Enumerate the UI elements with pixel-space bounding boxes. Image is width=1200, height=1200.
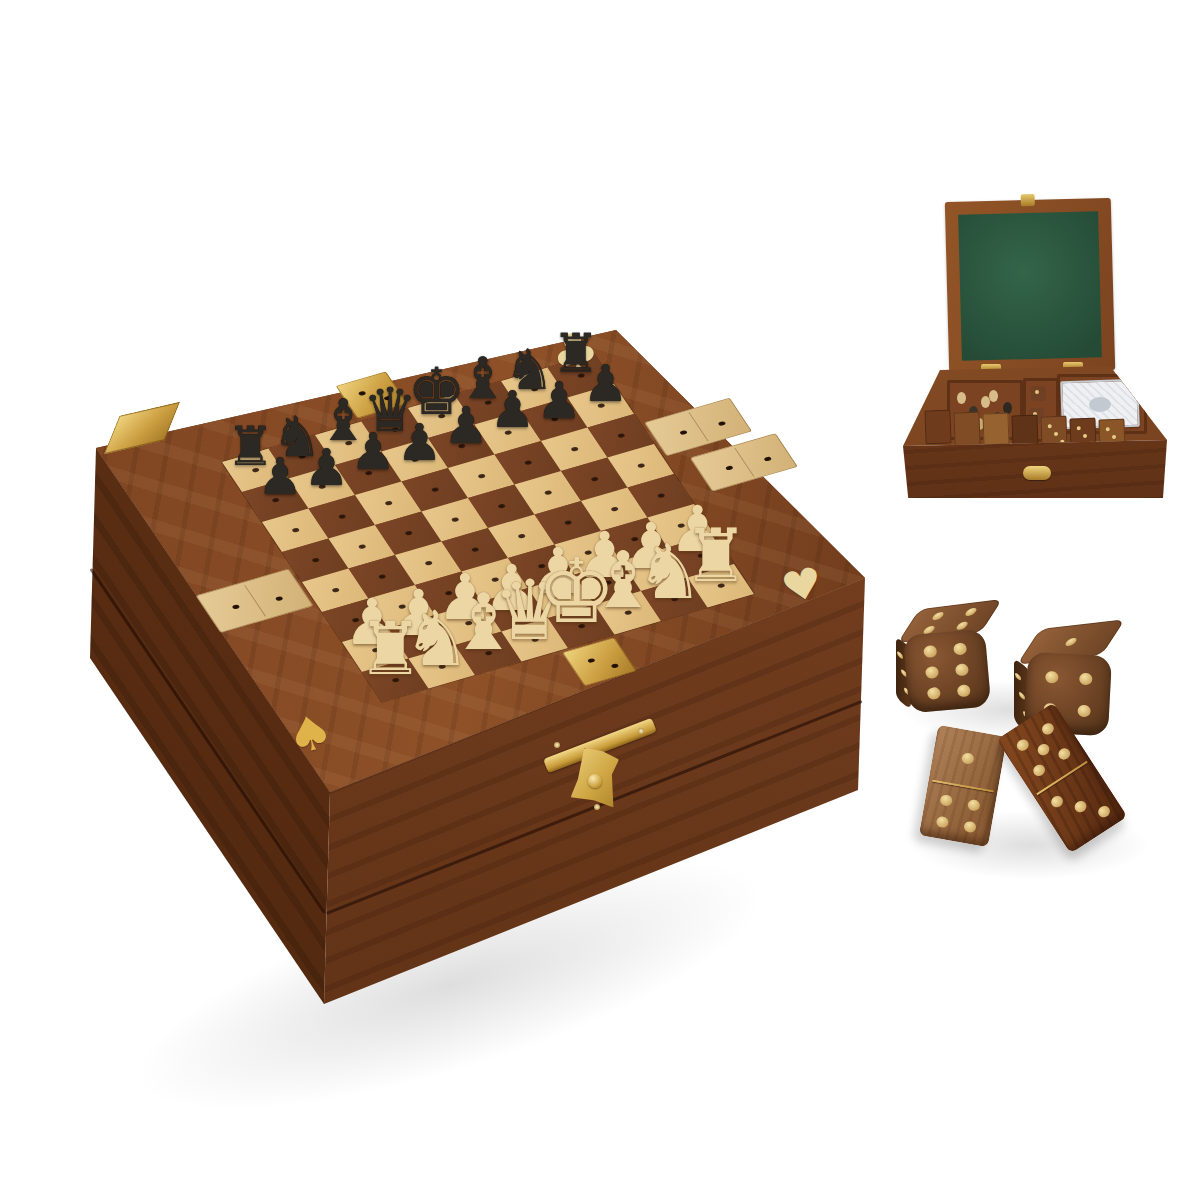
loose-piece bbox=[989, 390, 998, 402]
pip bbox=[1073, 799, 1089, 815]
pip bbox=[955, 663, 969, 676]
tray-domino bbox=[953, 411, 980, 446]
pip bbox=[897, 650, 903, 660]
open-lid bbox=[945, 198, 1115, 374]
pip bbox=[925, 666, 939, 679]
pip bbox=[1112, 435, 1116, 439]
pip bbox=[1040, 721, 1056, 737]
mini-die bbox=[1031, 386, 1046, 401]
green-felt-lining bbox=[958, 211, 1102, 361]
latch-knob bbox=[588, 774, 602, 788]
peg-hole bbox=[718, 421, 727, 426]
pip bbox=[1015, 672, 1021, 682]
lid-clasp-tab bbox=[1021, 194, 1035, 206]
plate-divider bbox=[244, 585, 266, 617]
open-base-latch bbox=[1023, 466, 1051, 480]
pip bbox=[953, 642, 967, 655]
loose-piece bbox=[957, 392, 966, 404]
tray-domino bbox=[924, 410, 951, 445]
die-front-face bbox=[903, 629, 991, 714]
peg-hole bbox=[383, 395, 392, 400]
pip bbox=[1019, 691, 1025, 701]
pip bbox=[1045, 671, 1059, 683]
pip bbox=[927, 687, 941, 700]
pip bbox=[964, 608, 979, 617]
pip bbox=[1063, 637, 1078, 646]
pip bbox=[923, 645, 937, 658]
peg-hole bbox=[679, 430, 688, 435]
pip bbox=[939, 794, 953, 807]
club-inlay: ♣ bbox=[546, 323, 604, 381]
pip bbox=[1096, 804, 1112, 820]
product-photo: ♣ ♥ ♠ ♜♞♝♛♚♝♞♜♟♟♟♟♟♟♟♟♟♟♟♟♟♟♟♟♜♞♝♛♚♝♞♜ bbox=[0, 0, 1200, 1200]
pip bbox=[1077, 426, 1081, 430]
brass-latch bbox=[536, 716, 666, 826]
plate-divider bbox=[689, 413, 709, 442]
wooden-die-left bbox=[896, 602, 1002, 714]
pip bbox=[961, 752, 975, 765]
peg-hole bbox=[358, 391, 367, 396]
spade-inlay: ♠ bbox=[282, 706, 338, 762]
latch-screw bbox=[594, 804, 600, 810]
peg-hole bbox=[587, 658, 596, 663]
pip bbox=[1049, 794, 1065, 810]
pip bbox=[1083, 433, 1087, 437]
open-box-inset bbox=[885, 168, 1195, 498]
pip bbox=[936, 816, 950, 829]
tray-domino bbox=[982, 413, 1009, 448]
pip bbox=[1077, 705, 1091, 717]
peg-hole bbox=[610, 663, 619, 668]
pip bbox=[1031, 762, 1047, 778]
pip bbox=[1015, 737, 1031, 753]
peg-hole bbox=[764, 456, 773, 461]
peg-hole bbox=[725, 465, 734, 470]
pip bbox=[955, 621, 970, 630]
latch-screw bbox=[554, 742, 560, 748]
peg-hole bbox=[275, 596, 284, 601]
pip bbox=[1079, 673, 1093, 685]
pip bbox=[1056, 746, 1072, 762]
pip bbox=[1048, 424, 1052, 428]
heart-inlay: ♥ bbox=[777, 560, 827, 610]
plate-divider bbox=[734, 448, 754, 477]
pip bbox=[957, 684, 971, 697]
latch-screw bbox=[638, 728, 644, 734]
pip bbox=[1106, 427, 1110, 431]
pip bbox=[1036, 742, 1052, 758]
pip bbox=[930, 612, 945, 621]
pip bbox=[963, 821, 977, 834]
pip bbox=[1054, 432, 1058, 436]
peg-hole bbox=[231, 604, 240, 609]
pip bbox=[967, 799, 981, 812]
